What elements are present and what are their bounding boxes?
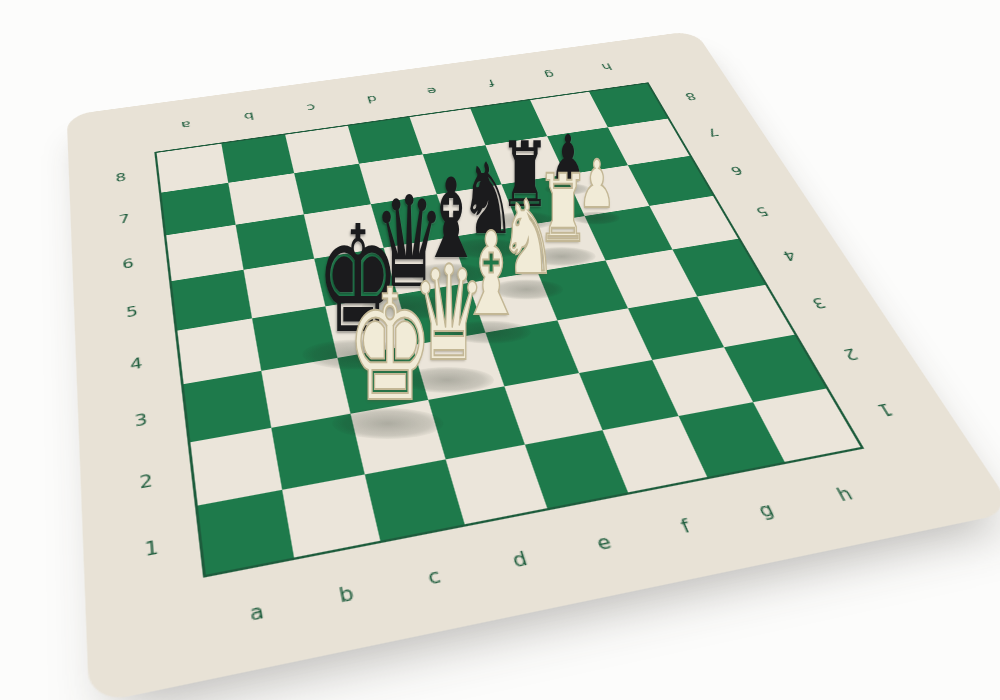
file-label-bottom-f: f — [678, 516, 695, 538]
file-label-bottom-a: a — [248, 600, 266, 626]
file-label-bottom-g: g — [755, 499, 778, 522]
file-label-bottom-h: h — [833, 484, 857, 506]
file-label-bottom-b: b — [337, 582, 356, 607]
white-king-glyph: ♚ — [347, 269, 434, 423]
file-label-top-d: d — [365, 93, 378, 105]
rank-label-right-1: 1 — [873, 400, 896, 420]
rank-label-right-6: 6 — [727, 163, 745, 176]
rank-label-right-3: 3 — [808, 294, 829, 311]
file-label-top-h: h — [599, 61, 614, 72]
file-label-bottom-e: e — [594, 531, 615, 555]
rank-label-left-7: 7 — [118, 212, 131, 227]
rank-label-right-8: 8 — [682, 90, 698, 102]
file-label-top-a: a — [180, 119, 192, 131]
rank-label-left-1: 1 — [144, 537, 161, 561]
square-b1[interactable] — [282, 474, 380, 557]
rank-label-left-4: 4 — [129, 355, 143, 373]
file-label-top-c: c — [305, 102, 317, 114]
rank-label-left-5: 5 — [125, 304, 139, 321]
rank-label-left-2: 2 — [139, 471, 155, 493]
file-label-top-e: e — [425, 85, 439, 97]
rank-label-right-7: 7 — [704, 126, 721, 139]
rank-label-left-6: 6 — [122, 256, 135, 272]
file-label-top-f: f — [486, 77, 496, 88]
rank-label-left-3: 3 — [134, 411, 149, 431]
file-label-top-g: g — [542, 69, 557, 80]
product-photo: aabbccddeeffgghh8877665544332211 ♟♟♜♞♜♝♞… — [0, 0, 1000, 700]
rank-label-right-5: 5 — [752, 204, 771, 218]
file-label-bottom-d: d — [510, 548, 531, 572]
rank-label-right-4: 4 — [779, 247, 798, 263]
rank-label-left-8: 8 — [115, 171, 127, 185]
file-label-bottom-c: c — [425, 565, 443, 589]
file-label-top-b: b — [242, 110, 255, 122]
rank-label-right-2: 2 — [839, 345, 861, 363]
square-a1[interactable] — [198, 490, 294, 575]
